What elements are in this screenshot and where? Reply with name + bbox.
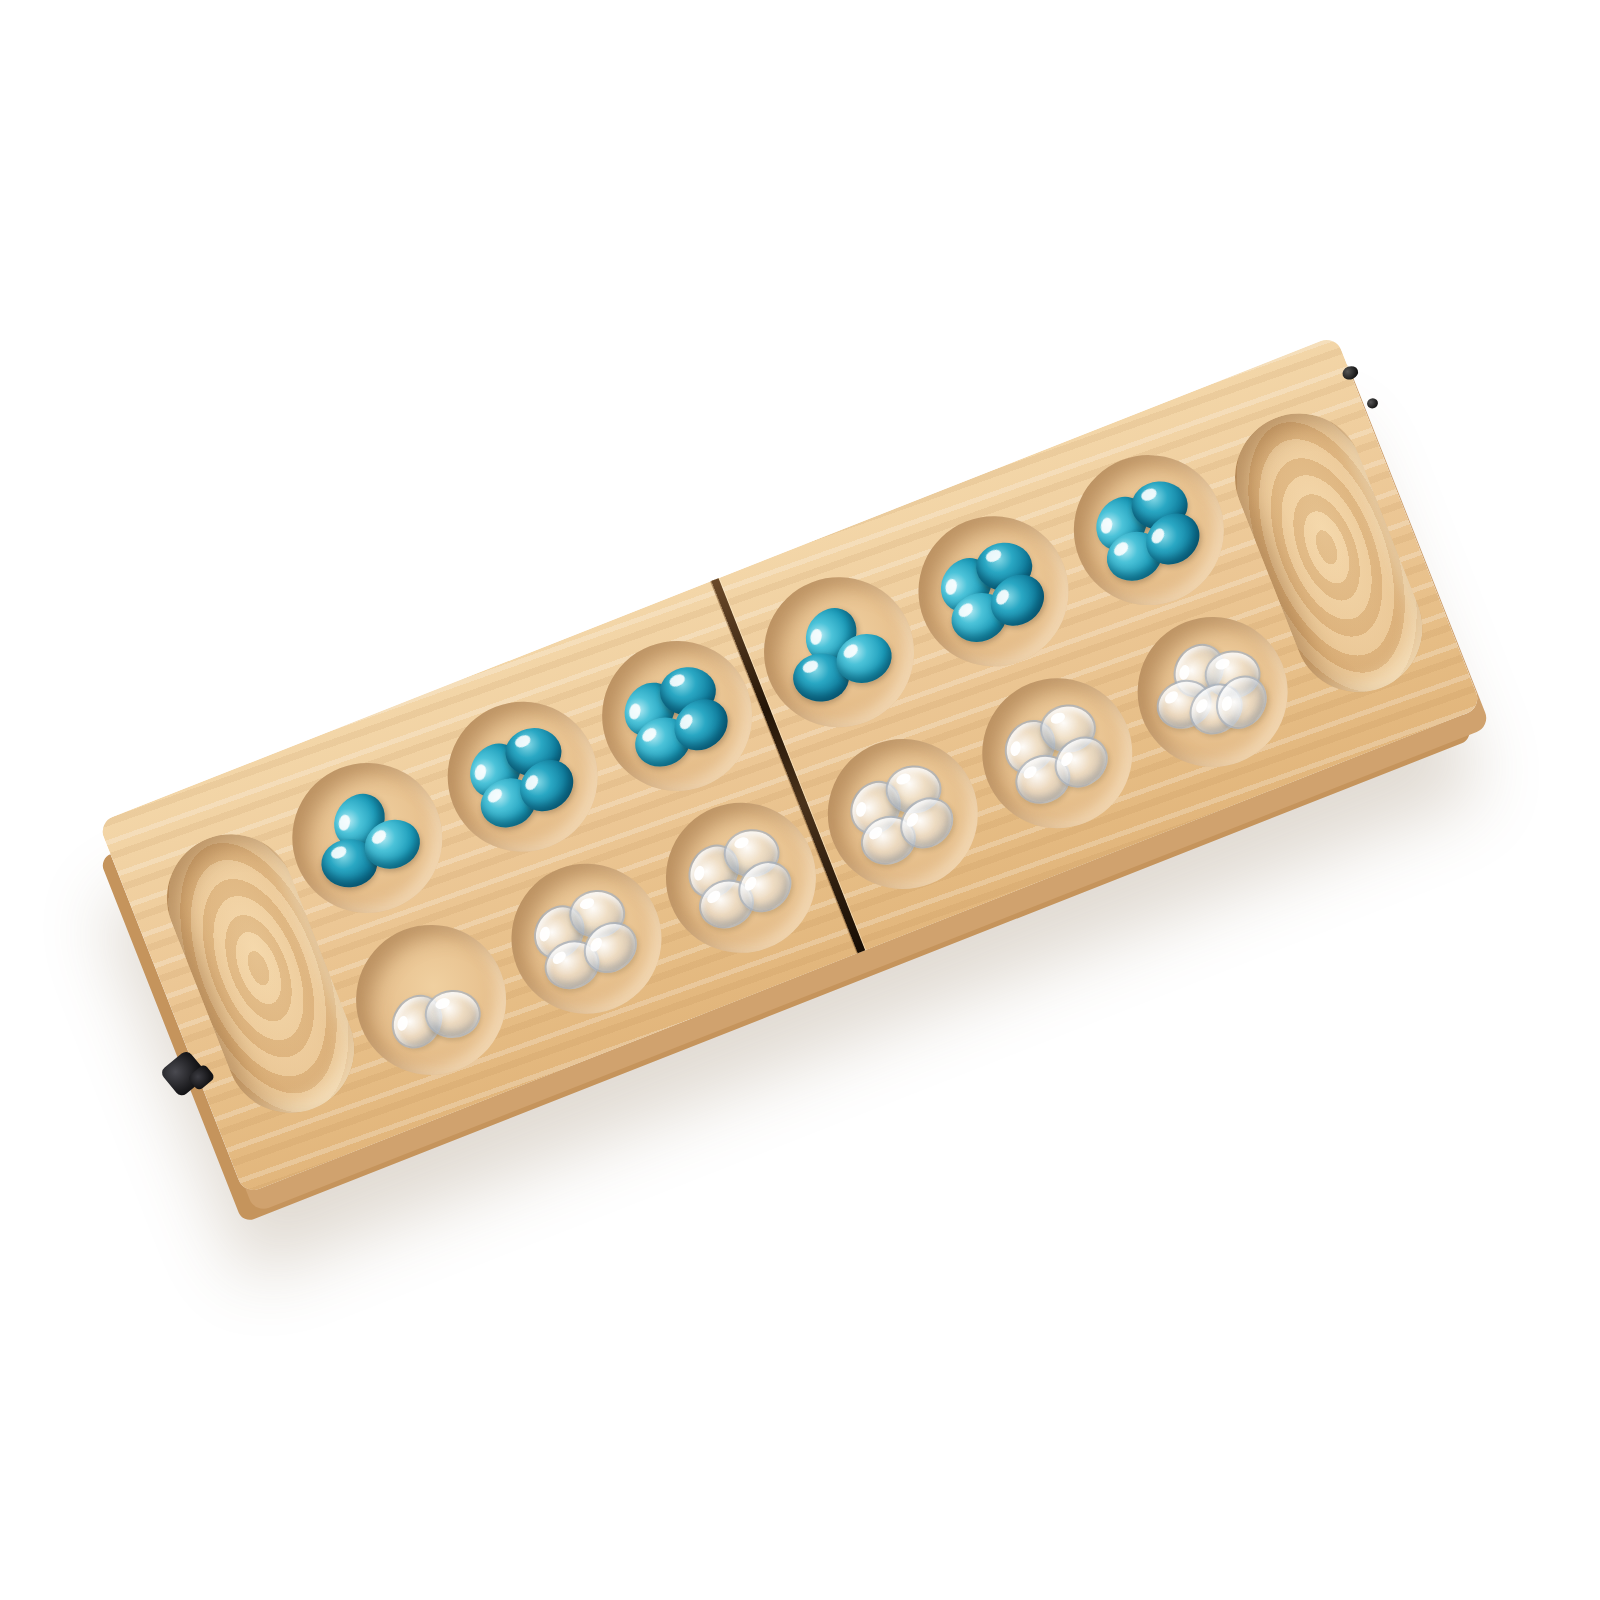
mancala-board (98, 335, 1482, 1195)
pit-front-6[interactable] (1115, 595, 1310, 790)
hinge-screw (1366, 397, 1380, 410)
hinge-screw (1340, 364, 1360, 382)
pit-back-2[interactable] (425, 680, 620, 875)
pit-back-6[interactable] (1052, 433, 1247, 628)
pit-front-1[interactable] (334, 903, 529, 1098)
pit-back-5[interactable] (896, 494, 1091, 689)
pit-front-2[interactable] (489, 841, 684, 1036)
clasp-latch (159, 1049, 208, 1098)
product-photo-scene (0, 0, 1600, 1600)
pit-front-5[interactable] (960, 656, 1155, 851)
